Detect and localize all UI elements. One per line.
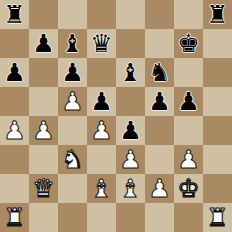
- square-g5[interactable]: ♟: [174, 87, 203, 116]
- square-h6[interactable]: [203, 58, 232, 87]
- square-g1[interactable]: [174, 203, 203, 232]
- square-c7[interactable]: ♝: [58, 29, 87, 58]
- piece-black-pawn[interactable]: ♟: [90, 87, 112, 116]
- square-e6[interactable]: ♝: [116, 58, 145, 87]
- piece-black-pawn[interactable]: ♟: [61, 58, 83, 87]
- piece-black-knight[interactable]: ♞: [148, 58, 170, 87]
- square-d2[interactable]: ♝: [87, 174, 116, 203]
- piece-white-bishop[interactable]: ♝: [119, 174, 141, 203]
- square-d4[interactable]: ♟: [87, 116, 116, 145]
- square-f4[interactable]: [145, 116, 174, 145]
- square-c6[interactable]: ♟: [58, 58, 87, 87]
- square-d3[interactable]: [87, 145, 116, 174]
- piece-white-pawn[interactable]: ♟: [177, 145, 199, 174]
- piece-black-queen[interactable]: ♛: [90, 29, 112, 58]
- square-b2[interactable]: ♛: [29, 174, 58, 203]
- square-e7[interactable]: [116, 29, 145, 58]
- square-d7[interactable]: ♛: [87, 29, 116, 58]
- square-g2[interactable]: ♚: [174, 174, 203, 203]
- square-g4[interactable]: [174, 116, 203, 145]
- square-f3[interactable]: [145, 145, 174, 174]
- square-h7[interactable]: [203, 29, 232, 58]
- square-f2[interactable]: ♟: [145, 174, 174, 203]
- square-d1[interactable]: [87, 203, 116, 232]
- square-a5[interactable]: [0, 87, 29, 116]
- square-d8[interactable]: [87, 0, 116, 29]
- piece-white-rook[interactable]: ♜: [3, 203, 25, 232]
- piece-black-pawn[interactable]: ♟: [32, 29, 54, 58]
- piece-white-pawn[interactable]: ♟: [148, 174, 170, 203]
- square-f8[interactable]: [145, 0, 174, 29]
- square-a2[interactable]: [0, 174, 29, 203]
- square-h2[interactable]: [203, 174, 232, 203]
- square-f7[interactable]: [145, 29, 174, 58]
- piece-white-pawn[interactable]: ♟: [90, 116, 112, 145]
- square-d6[interactable]: [87, 58, 116, 87]
- square-e4[interactable]: ♟: [116, 116, 145, 145]
- square-e1[interactable]: [116, 203, 145, 232]
- piece-white-king[interactable]: ♚: [177, 174, 199, 203]
- piece-black-rook[interactable]: ♜: [206, 0, 228, 29]
- square-h4[interactable]: [203, 116, 232, 145]
- piece-black-pawn[interactable]: ♟: [3, 58, 25, 87]
- square-c3[interactable]: ♞: [58, 145, 87, 174]
- piece-white-knight[interactable]: ♞: [61, 145, 83, 174]
- square-a4[interactable]: ♟: [0, 116, 29, 145]
- square-b7[interactable]: ♟: [29, 29, 58, 58]
- square-a7[interactable]: [0, 29, 29, 58]
- piece-white-pawn[interactable]: ♟: [32, 116, 54, 145]
- piece-black-rook[interactable]: ♜: [3, 0, 25, 29]
- square-b1[interactable]: [29, 203, 58, 232]
- square-h3[interactable]: [203, 145, 232, 174]
- piece-black-bishop[interactable]: ♝: [61, 29, 83, 58]
- piece-white-pawn[interactable]: ♟: [61, 87, 83, 116]
- piece-black-pawn[interactable]: ♟: [148, 87, 170, 116]
- square-h5[interactable]: [203, 87, 232, 116]
- square-c1[interactable]: [58, 203, 87, 232]
- square-f1[interactable]: [145, 203, 174, 232]
- piece-white-bishop[interactable]: ♝: [90, 174, 112, 203]
- square-e5[interactable]: [116, 87, 145, 116]
- piece-black-pawn[interactable]: ♟: [119, 116, 141, 145]
- square-b6[interactable]: [29, 58, 58, 87]
- square-a8[interactable]: ♜: [0, 0, 29, 29]
- square-e2[interactable]: ♝: [116, 174, 145, 203]
- square-d5[interactable]: ♟: [87, 87, 116, 116]
- piece-white-queen[interactable]: ♛: [32, 174, 54, 203]
- square-e3[interactable]: ♟: [116, 145, 145, 174]
- square-b8[interactable]: [29, 0, 58, 29]
- square-c4[interactable]: [58, 116, 87, 145]
- square-h8[interactable]: ♜: [203, 0, 232, 29]
- square-f6[interactable]: ♞: [145, 58, 174, 87]
- piece-white-pawn[interactable]: ♟: [119, 145, 141, 174]
- square-g8[interactable]: [174, 0, 203, 29]
- square-b3[interactable]: [29, 145, 58, 174]
- square-g3[interactable]: ♟: [174, 145, 203, 174]
- square-a1[interactable]: ♜: [0, 203, 29, 232]
- piece-white-pawn[interactable]: ♟: [3, 116, 25, 145]
- piece-white-rook[interactable]: ♜: [206, 203, 228, 232]
- square-e8[interactable]: [116, 0, 145, 29]
- chess-board: ♜♜♟♝♛♚♟♟♝♞♟♟♟♟♟♟♟♟♞♟♟♛♝♝♟♚♜♜: [0, 0, 232, 232]
- square-f5[interactable]: ♟: [145, 87, 174, 116]
- piece-black-king[interactable]: ♚: [177, 29, 199, 58]
- square-a6[interactable]: ♟: [0, 58, 29, 87]
- square-a3[interactable]: [0, 145, 29, 174]
- piece-black-bishop[interactable]: ♝: [119, 58, 141, 87]
- square-c5[interactable]: ♟: [58, 87, 87, 116]
- square-g7[interactable]: ♚: [174, 29, 203, 58]
- square-c2[interactable]: [58, 174, 87, 203]
- square-h1[interactable]: ♜: [203, 203, 232, 232]
- square-c8[interactable]: [58, 0, 87, 29]
- piece-black-pawn[interactable]: ♟: [177, 87, 199, 116]
- square-b5[interactable]: [29, 87, 58, 116]
- square-b4[interactable]: ♟: [29, 116, 58, 145]
- square-g6[interactable]: [174, 58, 203, 87]
